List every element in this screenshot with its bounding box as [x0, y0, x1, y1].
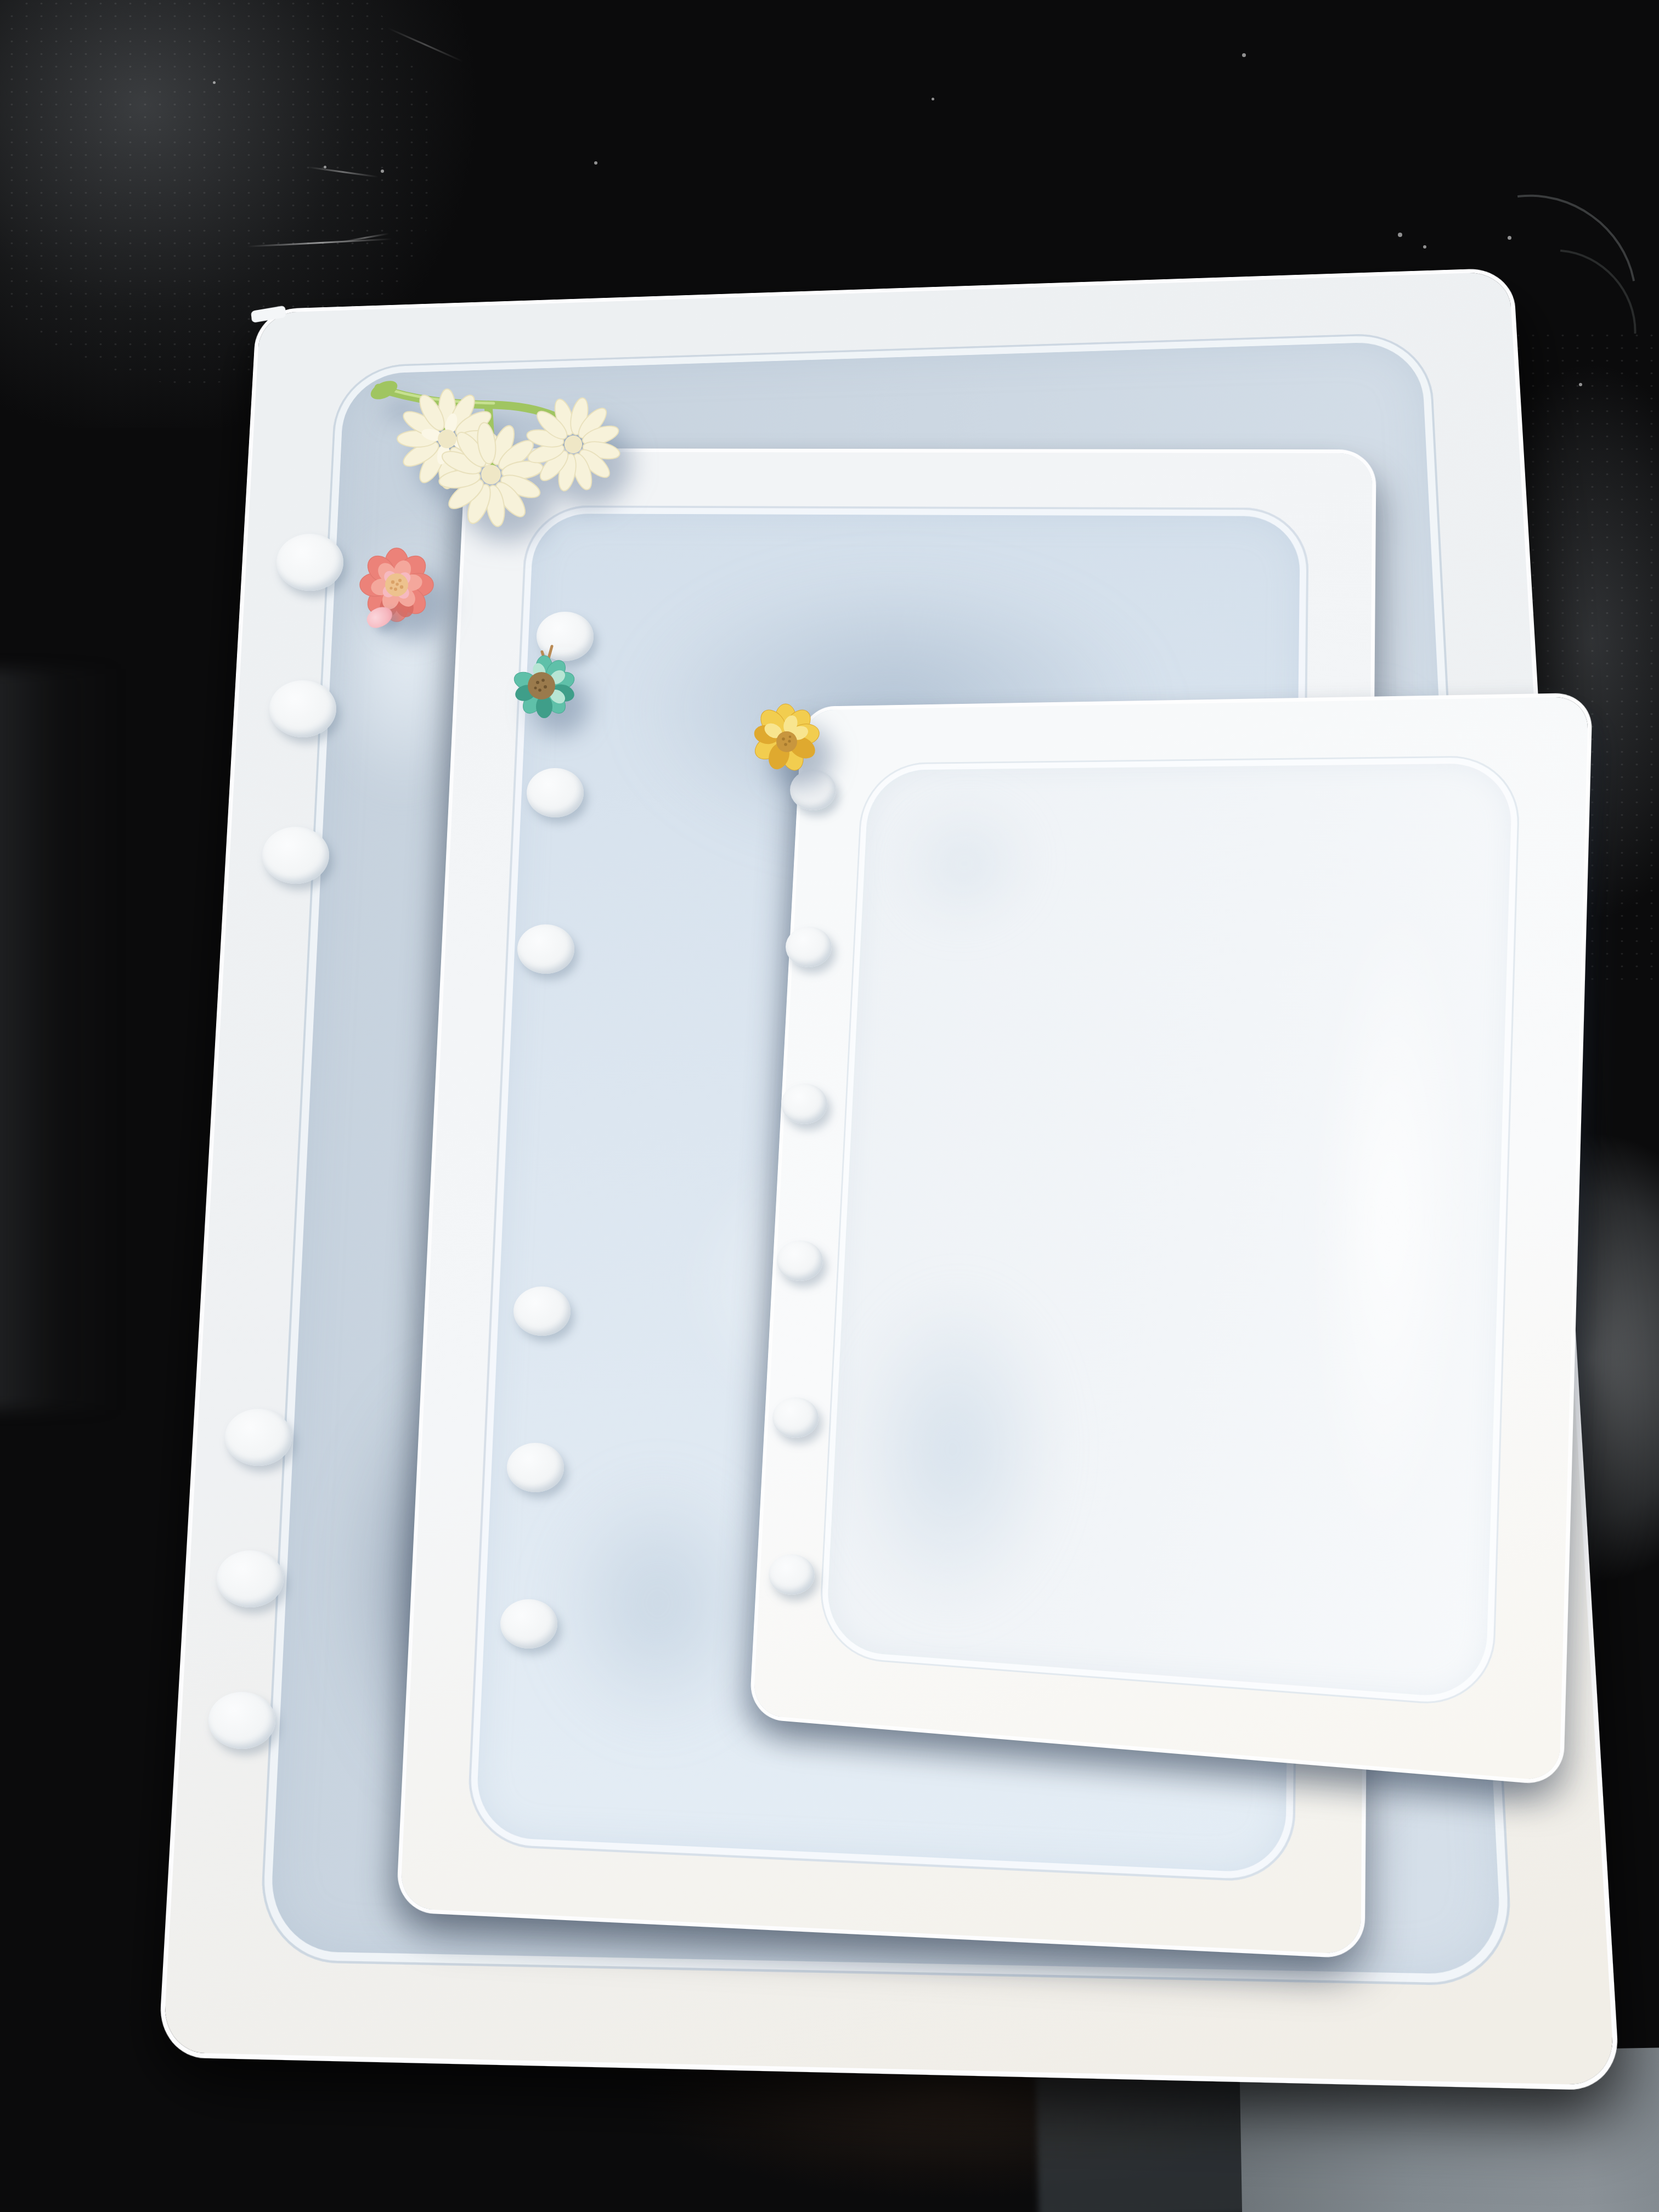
- binder-peg-medium: [500, 1599, 557, 1649]
- reflection-blob-light: [1282, 788, 1498, 1669]
- binder-peg-large: [217, 1550, 284, 1607]
- white-daisy-cluster: [362, 337, 669, 568]
- binder-peg-large: [276, 534, 343, 591]
- binder-peg-small: [781, 1084, 827, 1124]
- dust-speck: [1579, 383, 1582, 386]
- coral-rose: [350, 541, 449, 637]
- dust-speck: [381, 170, 384, 173]
- binder-peg-medium: [517, 924, 574, 974]
- table-streak-left: [0, 669, 121, 1410]
- dust-speck: [324, 166, 326, 168]
- dust-speck: [594, 161, 597, 165]
- reflection-blob: [817, 1223, 1111, 1686]
- binder-peg-large: [269, 680, 336, 737]
- binder-peg-large: [225, 1409, 292, 1466]
- dust-speck: [1398, 233, 1402, 237]
- dust-speck: [1508, 236, 1511, 240]
- reflection-blob: [868, 777, 1062, 951]
- binder-peg-small: [769, 1554, 815, 1595]
- binder-peg-large: [262, 827, 329, 884]
- dust-speck: [1423, 245, 1426, 249]
- binder-peg-small: [772, 1397, 819, 1438]
- binder-peg-small: [786, 927, 832, 967]
- yellow-daisy: [742, 698, 830, 780]
- mold-small: [753, 697, 1588, 1782]
- binder-peg-medium: [527, 768, 584, 817]
- binder-peg-large: [208, 1692, 275, 1749]
- dust-speck: [1242, 53, 1246, 57]
- binder-peg-small: [777, 1240, 823, 1281]
- photo-canvas: [0, 0, 1659, 2212]
- mold-small-cavity: [817, 755, 1521, 1709]
- teal-daisy: [503, 641, 585, 729]
- dust-speck: [932, 98, 934, 100]
- dust-speck: [213, 81, 216, 84]
- binder-peg-medium: [507, 1443, 564, 1492]
- binder-peg-medium: [513, 1286, 571, 1336]
